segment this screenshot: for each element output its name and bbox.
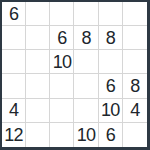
cell-r4c6[interactable]: 8 (123, 74, 147, 98)
cell-r3c2[interactable] (26, 50, 50, 74)
puzzle-board: 66881068410412106 (0, 0, 150, 150)
cell-r2c4[interactable]: 8 (74, 26, 98, 50)
clue-number: 6 (106, 126, 115, 144)
cell-r4c2[interactable] (26, 74, 50, 98)
cell-r2c3[interactable]: 6 (50, 26, 74, 50)
clue-number: 4 (130, 101, 139, 119)
clue-number: 4 (9, 101, 18, 119)
clue-number: 6 (9, 5, 18, 23)
clue-number: 8 (81, 29, 90, 47)
cell-r5c1[interactable]: 4 (2, 99, 26, 123)
cell-r1c4[interactable] (74, 2, 98, 26)
cell-r4c5[interactable]: 6 (99, 74, 123, 98)
cell-r5c2[interactable] (26, 99, 50, 123)
cell-r4c3[interactable] (50, 74, 74, 98)
cell-r5c3[interactable] (50, 99, 74, 123)
clue-number: 10 (101, 101, 119, 119)
cell-r2c6[interactable] (123, 26, 147, 50)
cell-r5c4[interactable] (74, 99, 98, 123)
cell-r3c4[interactable] (74, 50, 98, 74)
cell-r1c3[interactable] (50, 2, 74, 26)
cell-r3c1[interactable] (2, 50, 26, 74)
clue-number: 12 (4, 126, 22, 144)
clue-number: 6 (106, 77, 115, 95)
clue-number: 8 (106, 29, 115, 47)
clue-number: 10 (77, 126, 95, 144)
cell-r1c6[interactable] (123, 2, 147, 26)
cell-r3c5[interactable] (99, 50, 123, 74)
clue-number: 10 (53, 53, 71, 71)
cell-r6c4[interactable]: 10 (74, 123, 98, 147)
cell-r2c1[interactable] (2, 26, 26, 50)
cell-r4c4[interactable] (74, 74, 98, 98)
clue-number: 6 (57, 29, 66, 47)
cell-r5c5[interactable]: 10 (99, 99, 123, 123)
cell-r1c2[interactable] (26, 2, 50, 26)
cell-r1c1[interactable]: 6 (2, 2, 26, 26)
cell-r6c6[interactable] (123, 123, 147, 147)
cell-r3c6[interactable] (123, 50, 147, 74)
cell-r6c5[interactable]: 6 (99, 123, 123, 147)
cell-r2c5[interactable]: 8 (99, 26, 123, 50)
cell-r5c6[interactable]: 4 (123, 99, 147, 123)
cell-r6c2[interactable] (26, 123, 50, 147)
cell-r3c3[interactable]: 10 (50, 50, 74, 74)
cell-r6c1[interactable]: 12 (2, 123, 26, 147)
cell-r2c2[interactable] (26, 26, 50, 50)
cell-r1c5[interactable] (99, 2, 123, 26)
cell-r4c1[interactable] (2, 74, 26, 98)
cell-r6c3[interactable] (50, 123, 74, 147)
clue-number: 8 (130, 77, 139, 95)
